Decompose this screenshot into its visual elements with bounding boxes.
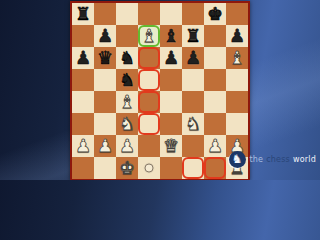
square-c1[interactable]: ♚ [116, 157, 138, 179]
square-e6[interactable]: ♟ [160, 47, 182, 69]
square-f2[interactable] [182, 135, 204, 157]
piece-white-pawn: ♟ [94, 135, 116, 157]
square-e1[interactable] [160, 157, 182, 179]
square-d4[interactable] [138, 91, 160, 113]
watermark-word-world: world [293, 155, 316, 164]
piece-black-knight: ♞ [116, 47, 138, 69]
move-circle-marker [145, 164, 154, 173]
piece-black-pawn: ♟ [72, 47, 94, 69]
square-h6[interactable]: ♝ [226, 47, 248, 69]
square-b3[interactable] [94, 113, 116, 135]
square-d7[interactable]: ♝ [138, 25, 160, 47]
square-d1[interactable] [138, 157, 160, 179]
square-b5[interactable] [94, 69, 116, 91]
square-d8[interactable] [138, 3, 160, 25]
square-b6[interactable]: ♛ [94, 47, 116, 69]
square-e7[interactable]: ♝ [160, 25, 182, 47]
square-a3[interactable] [72, 113, 94, 135]
square-g8[interactable]: ♚ [204, 3, 226, 25]
piece-black-king: ♚ [204, 3, 226, 25]
square-f4[interactable] [182, 91, 204, 113]
piece-white-bishop: ♝ [116, 91, 138, 113]
square-g4[interactable] [204, 91, 226, 113]
square-d5[interactable] [138, 69, 160, 91]
piece-black-pawn: ♟ [182, 47, 204, 69]
piece-black-rook: ♜ [182, 25, 204, 47]
watermark-word-the: the [250, 155, 264, 164]
watermark-circle: ♞ [229, 151, 246, 168]
square-a8[interactable]: ♜ [72, 3, 94, 25]
piece-white-bishop: ♝ [138, 25, 160, 47]
square-b2[interactable]: ♟ [94, 135, 116, 157]
square-g3[interactable] [204, 113, 226, 135]
piece-white-pawn: ♟ [116, 135, 138, 157]
piece-white-knight: ♞ [116, 113, 138, 135]
square-f5[interactable] [182, 69, 204, 91]
square-b4[interactable] [94, 91, 116, 113]
piece-black-pawn: ♟ [94, 25, 116, 47]
piece-white-queen: ♛ [160, 135, 182, 157]
square-a7[interactable] [72, 25, 94, 47]
chess-board: ♜♚♟♝♝♜♟♟♛♞♟♟♝♞♝♞♞♟♟♟♛♟♟♚♜ [70, 1, 250, 180]
square-a5[interactable] [72, 69, 94, 91]
square-d2[interactable] [138, 135, 160, 157]
piece-black-knight: ♞ [116, 69, 138, 91]
piece-white-pawn: ♟ [204, 135, 226, 157]
piece-white-bishop: ♝ [226, 47, 248, 69]
square-h4[interactable] [226, 91, 248, 113]
square-c5[interactable]: ♞ [116, 69, 138, 91]
square-e4[interactable] [160, 91, 182, 113]
square-h7[interactable]: ♟ [226, 25, 248, 47]
square-c4[interactable]: ♝ [116, 91, 138, 113]
square-b8[interactable] [94, 3, 116, 25]
piece-black-pawn: ♟ [160, 47, 182, 69]
square-f6[interactable]: ♟ [182, 47, 204, 69]
square-h5[interactable] [226, 69, 248, 91]
square-f1[interactable] [182, 157, 204, 179]
square-g2[interactable]: ♟ [204, 135, 226, 157]
square-h3[interactable] [226, 113, 248, 135]
square-b7[interactable]: ♟ [94, 25, 116, 47]
square-e5[interactable] [160, 69, 182, 91]
piece-black-rook: ♜ [72, 3, 94, 25]
piece-black-queen: ♛ [94, 47, 116, 69]
square-c7[interactable] [116, 25, 138, 47]
piece-black-bishop: ♝ [160, 25, 182, 47]
watermark-word-chess: chess [266, 155, 290, 164]
square-e3[interactable] [160, 113, 182, 135]
square-a4[interactable] [72, 91, 94, 113]
square-a1[interactable] [72, 157, 94, 179]
thechessworld-watermark: ♞ the chess world [229, 150, 317, 168]
square-h8[interactable] [226, 3, 248, 25]
square-c3[interactable]: ♞ [116, 113, 138, 135]
square-c2[interactable]: ♟ [116, 135, 138, 157]
square-f8[interactable] [182, 3, 204, 25]
piece-white-knight: ♞ [182, 113, 204, 135]
square-e8[interactable] [160, 3, 182, 25]
square-a6[interactable]: ♟ [72, 47, 94, 69]
square-g7[interactable] [204, 25, 226, 47]
square-f3[interactable]: ♞ [182, 113, 204, 135]
piece-black-pawn: ♟ [226, 25, 248, 47]
square-d3[interactable] [138, 113, 160, 135]
square-c6[interactable]: ♞ [116, 47, 138, 69]
square-a2[interactable]: ♟ [72, 135, 94, 157]
square-g6[interactable] [204, 47, 226, 69]
piece-white-king: ♚ [116, 157, 138, 179]
square-g5[interactable] [204, 69, 226, 91]
square-f7[interactable]: ♜ [182, 25, 204, 47]
watermark-text: the chess world [250, 155, 317, 164]
square-e2[interactable]: ♛ [160, 135, 182, 157]
piece-white-pawn: ♟ [72, 135, 94, 157]
square-b1[interactable] [94, 157, 116, 179]
square-d6[interactable] [138, 47, 160, 69]
square-c8[interactable] [116, 3, 138, 25]
knight-icon: ♞ [232, 151, 243, 168]
square-g1[interactable] [204, 157, 226, 179]
